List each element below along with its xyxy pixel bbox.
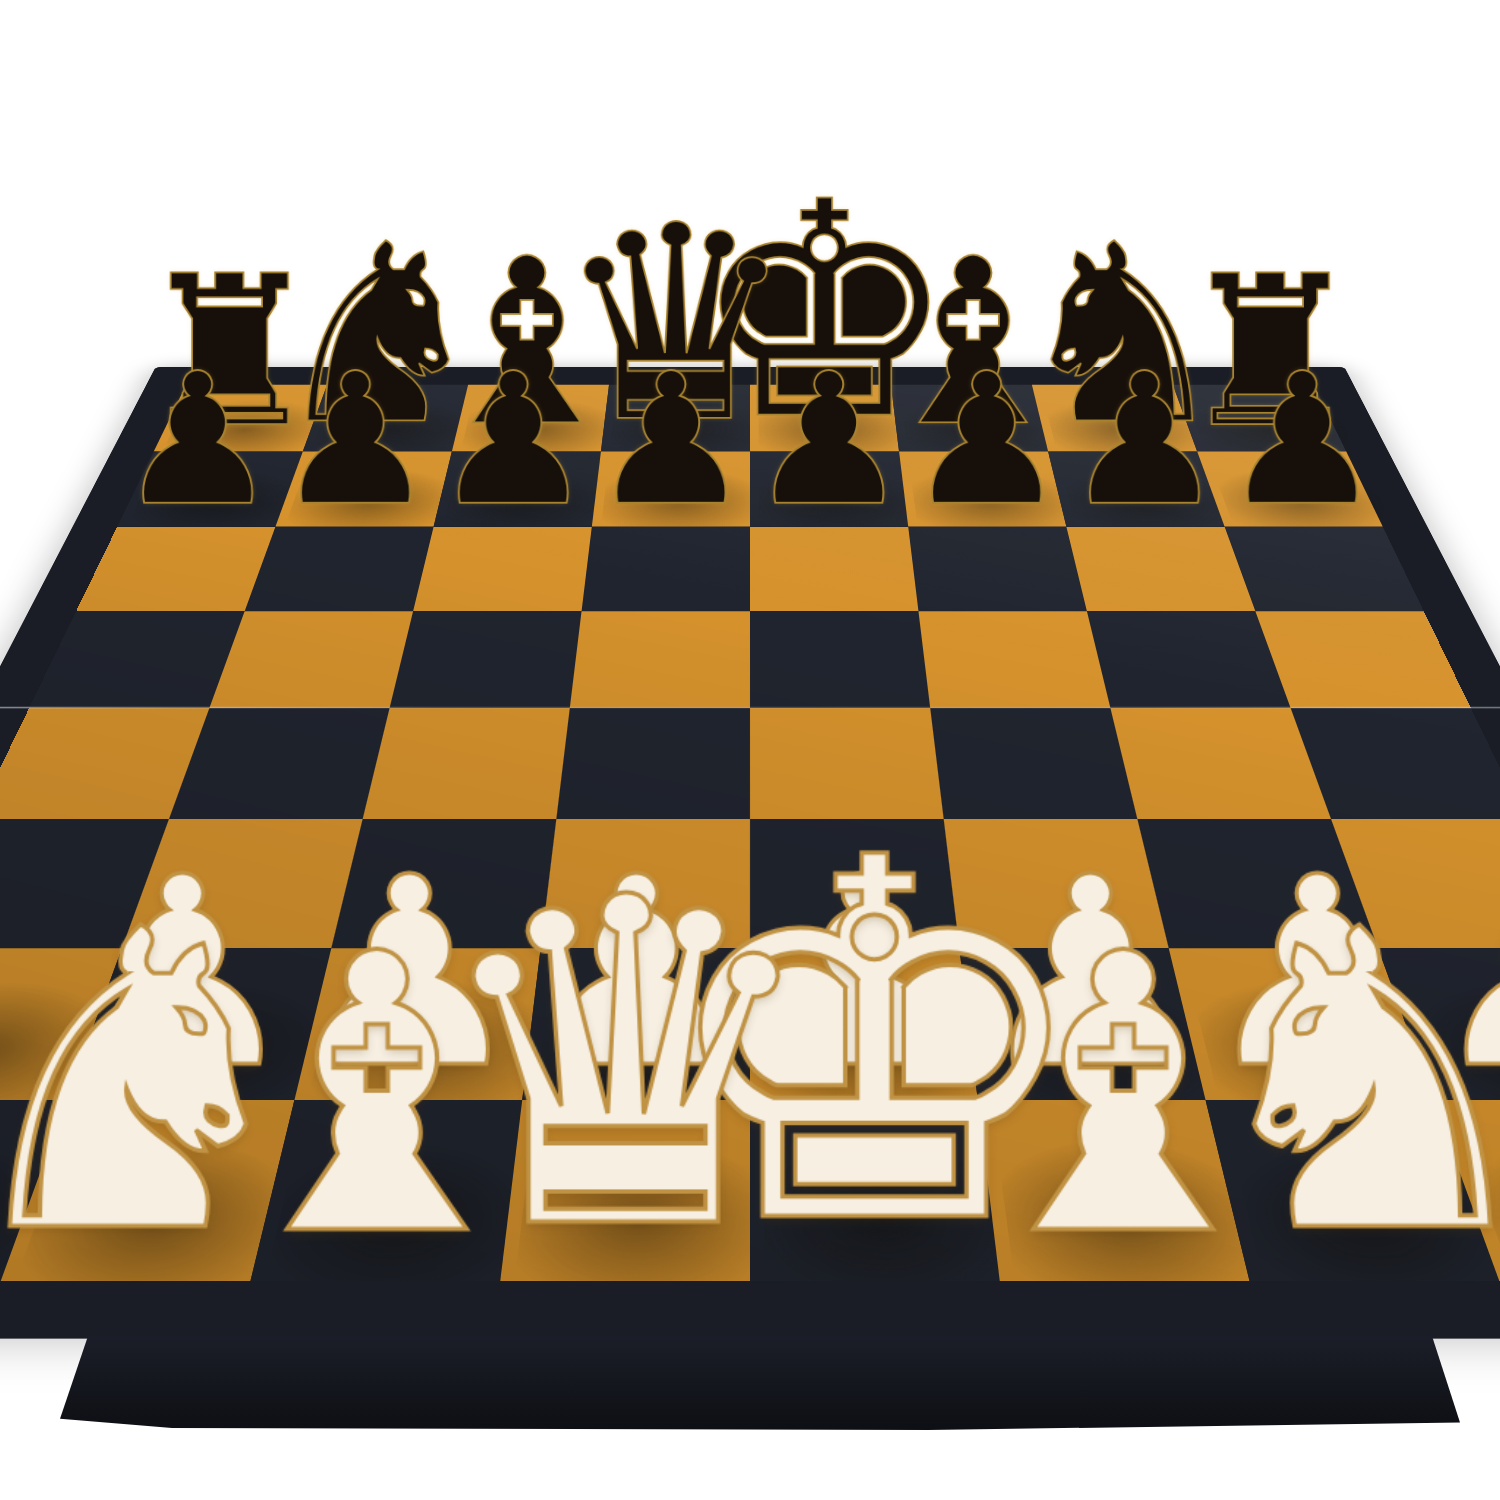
square-b7[interactable]: ♟ (275, 452, 451, 527)
piece-black-pawn-g7[interactable]: ♟ (1063, 356, 1226, 523)
square-e5[interactable] (750, 611, 930, 708)
square-e7[interactable]: ♟ (750, 452, 908, 527)
board-front-edge (60, 1336, 1460, 1430)
square-f6[interactable] (908, 527, 1087, 612)
piece-white-queen-d1[interactable]: ♛ (424, 858, 828, 1273)
square-d5[interactable] (570, 611, 750, 708)
piece-black-pawn-f7[interactable]: ♟ (905, 356, 1068, 523)
square-c7[interactable]: ♟ (434, 452, 601, 527)
square-g6[interactable] (1066, 527, 1255, 612)
square-f7[interactable]: ♟ (899, 452, 1066, 527)
piece-black-pawn-b7[interactable]: ♟ (274, 356, 437, 523)
square-d6[interactable] (582, 527, 750, 612)
square-e6[interactable] (750, 527, 918, 612)
board-grid: ♜♞♝♛♚♝♞♜♟♟♟♟♟♟♟♟♟♟♟♟♟♟♟♟♜♞♝♛♚♝♞♜ (0, 385, 1500, 1281)
square-h5[interactable] (1255, 611, 1470, 708)
piece-black-pawn-d7[interactable]: ♟ (590, 356, 753, 523)
square-c6[interactable] (413, 527, 592, 612)
piece-black-pawn-a7[interactable]: ♟ (116, 356, 279, 523)
board-scene: ♜♞♝♛♚♝♞♜♟♟♟♟♟♟♟♟♟♟♟♟♟♟♟♟♜♞♝♛♚♝♞♜ (0, 0, 1500, 1500)
square-c5[interactable] (390, 611, 582, 708)
square-g1[interactable]: ♞ (1206, 1100, 1500, 1281)
piece-white-knight-g1[interactable]: ♞ (1187, 893, 1500, 1273)
square-g7[interactable]: ♟ (1048, 452, 1224, 527)
piece-black-pawn-c7[interactable]: ♟ (432, 356, 595, 523)
square-b5[interactable] (209, 611, 413, 708)
square-b1[interactable]: ♞ (1, 1100, 295, 1281)
chess-photo-stage: ♜♞♝♛♚♝♞♜♟♟♟♟♟♟♟♟♟♟♟♟♟♟♟♟♜♞♝♛♚♝♞♜ (0, 0, 1500, 1500)
piece-white-knight-b1[interactable]: ♞ (0, 893, 313, 1273)
square-d1[interactable]: ♛ (500, 1100, 750, 1281)
square-h7[interactable]: ♟ (1197, 452, 1383, 527)
chess-board: ♜♞♝♛♚♝♞♜♟♟♟♟♟♟♟♟♟♟♟♟♟♟♟♟♜♞♝♛♚♝♞♜ (0, 367, 1500, 1339)
square-a6[interactable] (76, 527, 275, 612)
piece-black-pawn-h7[interactable]: ♟ (1221, 356, 1384, 523)
square-f5[interactable] (918, 611, 1110, 708)
square-a5[interactable] (29, 611, 244, 708)
square-h6[interactable] (1225, 527, 1424, 612)
square-b6[interactable] (245, 527, 434, 612)
piece-black-pawn-e7[interactable]: ♟ (747, 356, 910, 523)
square-d7[interactable]: ♟ (592, 452, 750, 527)
square-b4[interactable] (169, 708, 390, 819)
